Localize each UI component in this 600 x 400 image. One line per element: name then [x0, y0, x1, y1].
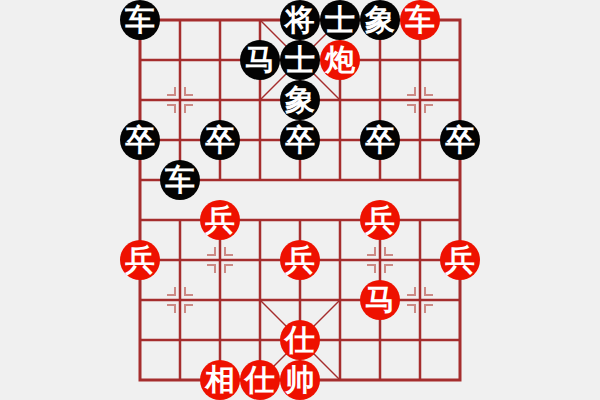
xiangqi-board[interactable]: 车将士象车马士炮象卒卒卒卒卒车兵兵兵兵兵马仕相仕帅 — [0, 0, 600, 400]
red-general[interactable]: 帅 — [280, 360, 320, 400]
red-soldier[interactable]: 兵 — [440, 240, 480, 280]
black-soldier[interactable]: 卒 — [280, 120, 320, 160]
red-soldier[interactable]: 兵 — [120, 240, 160, 280]
red-chariot[interactable]: 车 — [400, 0, 440, 40]
xiangqi-app: 车将士象车马士炮象卒卒卒卒卒车兵兵兵兵兵马仕相仕帅 — [0, 0, 600, 400]
black-elephant[interactable]: 象 — [360, 0, 400, 40]
black-soldier[interactable]: 卒 — [360, 120, 400, 160]
pieces-layer: 车将士象车马士炮象卒卒卒卒卒车兵兵兵兵兵马仕相仕帅 — [0, 0, 600, 400]
red-soldier[interactable]: 兵 — [360, 200, 400, 240]
red-soldier[interactable]: 兵 — [200, 200, 240, 240]
black-advisor[interactable]: 士 — [320, 0, 360, 40]
black-advisor[interactable]: 士 — [280, 40, 320, 80]
black-soldier[interactable]: 卒 — [440, 120, 480, 160]
black-elephant[interactable]: 象 — [280, 80, 320, 120]
red-advisor[interactable]: 仕 — [240, 360, 280, 400]
red-advisor[interactable]: 仕 — [280, 320, 320, 360]
red-soldier[interactable]: 兵 — [280, 240, 320, 280]
black-chariot[interactable]: 车 — [160, 160, 200, 200]
black-general[interactable]: 将 — [280, 0, 320, 40]
red-horse[interactable]: 马 — [360, 280, 400, 320]
black-soldier[interactable]: 卒 — [200, 120, 240, 160]
red-cannon[interactable]: 炮 — [320, 40, 360, 80]
black-chariot[interactable]: 车 — [120, 0, 160, 40]
black-soldier[interactable]: 卒 — [120, 120, 160, 160]
black-horse[interactable]: 马 — [240, 40, 280, 80]
red-elephant[interactable]: 相 — [200, 360, 240, 400]
